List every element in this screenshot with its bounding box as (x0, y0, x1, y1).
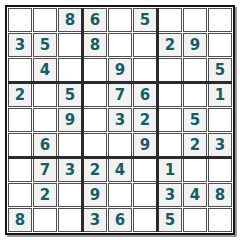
cell-r8c1[interactable] (8, 183, 32, 207)
cell-r3c2[interactable]: 4 (33, 58, 57, 82)
cell-r7c5[interactable]: 4 (108, 158, 132, 182)
cell-r7c2[interactable]: 7 (33, 158, 57, 182)
cell-r5c3[interactable]: 9 (58, 108, 82, 132)
cell-r9c5[interactable]: 6 (108, 208, 132, 232)
cell-r4c9[interactable]: 1 (208, 83, 232, 107)
cell-r2c5[interactable] (108, 33, 132, 57)
cell-r5c8[interactable]: 5 (183, 108, 207, 132)
cell-r9c6[interactable] (133, 208, 157, 232)
cell-r4c1[interactable]: 2 (8, 83, 32, 107)
cell-r5c5[interactable]: 3 (108, 108, 132, 132)
cell-r1c8[interactable] (183, 8, 207, 32)
cell-r7c4[interactable]: 2 (83, 158, 107, 182)
cell-r9c3[interactable] (58, 208, 82, 232)
cell-r2c3[interactable] (58, 33, 82, 57)
cell-r3c7[interactable] (158, 58, 182, 82)
cell-r2c8[interactable]: 9 (183, 33, 207, 57)
cell-r6c3[interactable] (58, 133, 82, 157)
cell-r3c6[interactable] (133, 58, 157, 82)
cell-r3c8[interactable] (183, 58, 207, 82)
cell-r6c1[interactable] (8, 133, 32, 157)
cell-r1c1[interactable] (8, 8, 32, 32)
sudoku-grid: 86535829495257619325692373241293488365 (8, 8, 232, 232)
cell-r3c5[interactable]: 9 (108, 58, 132, 82)
cell-r1c7[interactable] (158, 8, 182, 32)
cell-r7c7[interactable]: 1 (158, 158, 182, 182)
cell-r9c9[interactable] (208, 208, 232, 232)
cell-r3c9[interactable]: 5 (208, 58, 232, 82)
sudoku-grid-wrap: 86535829495257619325692373241293488365 (8, 8, 232, 232)
cell-r2c4[interactable]: 8 (83, 33, 107, 57)
sudoku-board: 86535829495257619325692373241293488365 (5, 5, 235, 235)
cell-r8c2[interactable]: 2 (33, 183, 57, 207)
cell-r7c3[interactable]: 3 (58, 158, 82, 182)
cell-r9c8[interactable] (183, 208, 207, 232)
cell-r6c6[interactable]: 9 (133, 133, 157, 157)
cell-r5c2[interactable] (33, 108, 57, 132)
cell-r6c7[interactable] (158, 133, 182, 157)
cell-r8c4[interactable]: 9 (83, 183, 107, 207)
cell-r4c5[interactable]: 7 (108, 83, 132, 107)
cell-r4c6[interactable]: 6 (133, 83, 157, 107)
cell-r1c9[interactable] (208, 8, 232, 32)
cell-r6c5[interactable] (108, 133, 132, 157)
cell-r2c7[interactable]: 2 (158, 33, 182, 57)
cell-r4c2[interactable] (33, 83, 57, 107)
cell-r2c6[interactable] (133, 33, 157, 57)
cell-r9c2[interactable] (33, 208, 57, 232)
cell-r6c4[interactable] (83, 133, 107, 157)
cell-r4c3[interactable]: 5 (58, 83, 82, 107)
cell-r5c4[interactable] (83, 108, 107, 132)
cell-r4c4[interactable] (83, 83, 107, 107)
cell-r6c9[interactable]: 3 (208, 133, 232, 157)
cell-r5c6[interactable]: 2 (133, 108, 157, 132)
cell-r4c7[interactable] (158, 83, 182, 107)
cell-r4c8[interactable] (183, 83, 207, 107)
cell-r1c6[interactable]: 5 (133, 8, 157, 32)
cell-r1c2[interactable] (33, 8, 57, 32)
cell-r1c3[interactable]: 8 (58, 8, 82, 32)
cell-r2c2[interactable]: 5 (33, 33, 57, 57)
cell-r7c1[interactable] (8, 158, 32, 182)
cell-r7c6[interactable] (133, 158, 157, 182)
cell-r8c8[interactable]: 4 (183, 183, 207, 207)
cell-r5c9[interactable] (208, 108, 232, 132)
cell-r3c4[interactable] (83, 58, 107, 82)
cell-r8c5[interactable] (108, 183, 132, 207)
cell-r1c4[interactable]: 6 (83, 8, 107, 32)
cell-r9c4[interactable]: 3 (83, 208, 107, 232)
cell-r9c7[interactable]: 5 (158, 208, 182, 232)
cell-r7c8[interactable] (183, 158, 207, 182)
cell-r5c7[interactable] (158, 108, 182, 132)
cell-r8c6[interactable] (133, 183, 157, 207)
cell-r2c1[interactable]: 3 (8, 33, 32, 57)
cell-r3c1[interactable] (8, 58, 32, 82)
cell-r8c9[interactable]: 8 (208, 183, 232, 207)
cell-r5c1[interactable] (8, 108, 32, 132)
cell-r2c9[interactable] (208, 33, 232, 57)
cell-r7c9[interactable] (208, 158, 232, 182)
cell-r8c7[interactable]: 3 (158, 183, 182, 207)
cell-r3c3[interactable] (58, 58, 82, 82)
cell-r8c3[interactable] (58, 183, 82, 207)
cell-r9c1[interactable]: 8 (8, 208, 32, 232)
cell-r6c2[interactable]: 6 (33, 133, 57, 157)
cell-r1c5[interactable] (108, 8, 132, 32)
cell-r6c8[interactable]: 2 (183, 133, 207, 157)
page: 86535829495257619325692373241293488365 (0, 0, 240, 240)
